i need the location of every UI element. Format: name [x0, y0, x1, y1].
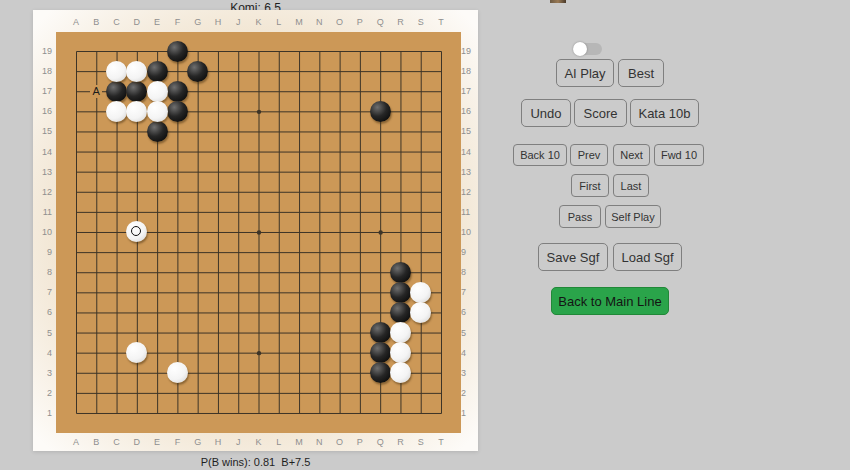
row-label: 14: [461, 147, 479, 157]
row-label: 2: [461, 388, 479, 398]
column-label: O: [332, 437, 348, 447]
clipped-image: [550, 0, 566, 3]
column-label: G: [190, 17, 206, 27]
fwd-10-button[interactable]: Fwd 10: [654, 144, 704, 166]
column-label: P: [352, 17, 368, 27]
row-label: 16: [461, 106, 479, 116]
white-stone: [390, 322, 411, 343]
row-label: 6: [34, 307, 52, 317]
row-label: 10: [461, 227, 479, 237]
row-label: 9: [461, 247, 479, 257]
row-label: 12: [34, 187, 52, 197]
white-stone: [106, 101, 127, 122]
column-label: R: [392, 437, 408, 447]
column-label: T: [433, 17, 449, 27]
row-label: 12: [461, 187, 479, 197]
row-label: 4: [34, 348, 52, 358]
white-stone: [147, 101, 168, 122]
black-stone: [126, 81, 147, 102]
kata-10b-button[interactable]: Kata 10b: [630, 99, 699, 127]
row-label: 13: [34, 167, 52, 177]
column-label: B: [88, 17, 104, 27]
white-stone: [126, 61, 147, 82]
row-label: 17: [34, 86, 52, 96]
row-label: 19: [34, 46, 52, 56]
column-label: R: [392, 17, 408, 27]
column-label: K: [251, 437, 267, 447]
row-label: 10: [34, 227, 52, 237]
prev-button[interactable]: Prev: [570, 144, 608, 166]
star-point: [378, 230, 382, 234]
undo-button[interactable]: Undo: [521, 99, 571, 127]
black-stone: [390, 262, 411, 283]
black-stone: [106, 81, 127, 102]
row-label: 9: [34, 247, 52, 257]
row-label: 19: [461, 46, 479, 56]
black-stone: [390, 282, 411, 303]
black-stone: [370, 322, 391, 343]
board-frame: A AABBCCDDEEFFGGHHJJKKLLMMNNOOPPQQRRSSTT…: [33, 10, 478, 451]
column-label: K: [251, 17, 267, 27]
column-label: H: [210, 17, 226, 27]
row-label: 1: [461, 408, 479, 418]
row-label: 1: [34, 408, 52, 418]
black-stone: [370, 342, 391, 363]
black-stone: [167, 41, 188, 62]
black-stone: [147, 61, 168, 82]
white-stone: [167, 362, 188, 383]
ai-play-button[interactable]: AI Play: [556, 59, 614, 87]
column-label: P: [352, 437, 368, 447]
score-button[interactable]: Score: [574, 99, 627, 127]
white-stone: [390, 342, 411, 363]
column-label: N: [311, 17, 327, 27]
toggle-knob-icon: [573, 42, 587, 56]
black-stone: [390, 302, 411, 323]
black-stone: [370, 362, 391, 383]
black-stone: [167, 81, 188, 102]
row-label: 2: [34, 388, 52, 398]
row-label: 11: [34, 207, 52, 217]
column-label: S: [413, 17, 429, 27]
column-label: E: [149, 17, 165, 27]
last-move-marker-icon: [131, 226, 141, 236]
row-label: 8: [461, 267, 479, 277]
column-label: A: [68, 437, 84, 447]
first-button[interactable]: First: [571, 174, 609, 197]
row-label: 3: [461, 368, 479, 378]
column-label: Q: [372, 437, 388, 447]
column-label: L: [271, 437, 287, 447]
column-label: T: [433, 437, 449, 447]
row-label: 14: [34, 147, 52, 157]
black-stone: [187, 61, 208, 82]
row-label: 6: [461, 307, 479, 317]
column-label: D: [129, 17, 145, 27]
row-label: 17: [461, 86, 479, 96]
column-label: J: [230, 437, 246, 447]
row-label: 13: [461, 167, 479, 177]
column-label: L: [271, 17, 287, 27]
row-label: 5: [461, 328, 479, 338]
ai-toggle[interactable]: [575, 43, 602, 55]
row-label: 15: [34, 126, 52, 136]
self-play-button[interactable]: Self Play: [605, 205, 661, 228]
best-button[interactable]: Best: [618, 59, 664, 87]
black-stone: [167, 101, 188, 122]
column-label: A: [68, 17, 84, 27]
column-label: B: [88, 437, 104, 447]
row-label: 15: [461, 126, 479, 136]
row-label: 3: [34, 368, 52, 378]
row-label: 8: [34, 267, 52, 277]
column-label: E: [149, 437, 165, 447]
column-label: S: [413, 437, 429, 447]
row-label: 7: [461, 287, 479, 297]
column-label: F: [169, 437, 185, 447]
black-stone: [147, 121, 168, 142]
status-bar: P(B wins): 0.81 B+7.5: [33, 456, 478, 468]
white-stone: [147, 81, 168, 102]
column-label: M: [291, 17, 307, 27]
board-annotation-label: A: [90, 85, 102, 98]
column-label: Q: [372, 17, 388, 27]
column-label: H: [210, 437, 226, 447]
column-label: C: [109, 437, 125, 447]
column-label: M: [291, 437, 307, 447]
next-button[interactable]: Next: [613, 144, 650, 166]
row-label: 4: [461, 348, 479, 358]
row-label: 5: [34, 328, 52, 338]
row-label: 18: [34, 66, 52, 76]
star-point: [257, 351, 261, 355]
row-label: 18: [461, 66, 479, 76]
star-point: [257, 110, 261, 114]
column-label: N: [311, 437, 327, 447]
black-stone: [370, 101, 391, 122]
white-stone: [410, 302, 431, 323]
column-label: F: [169, 17, 185, 27]
row-label: 11: [461, 207, 479, 217]
last-button[interactable]: Last: [613, 174, 649, 197]
white-stone: [106, 61, 127, 82]
column-label: J: [230, 17, 246, 27]
column-label: O: [332, 17, 348, 27]
white-stone: [410, 282, 431, 303]
load-sgf-button[interactable]: Load Sgf: [613, 243, 682, 271]
row-label: 7: [34, 287, 52, 297]
save-sgf-button[interactable]: Save Sgf: [538, 243, 608, 271]
column-label: C: [109, 17, 125, 27]
column-label: D: [129, 437, 145, 447]
go-board[interactable]: A: [56, 32, 461, 433]
back-to-main-line-button[interactable]: Back to Main Line: [551, 287, 669, 315]
pass-button[interactable]: Pass: [559, 205, 601, 228]
back-10-button[interactable]: Back 10: [513, 144, 567, 166]
column-label: G: [190, 437, 206, 447]
row-label: 16: [34, 106, 52, 116]
star-point: [257, 230, 261, 234]
